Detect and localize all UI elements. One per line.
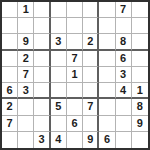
sudoku-cell-r4c6[interactable] bbox=[83, 51, 99, 67]
sudoku-cell-r6c1[interactable]: 6 bbox=[2, 83, 18, 99]
sudoku-cell-r4c7[interactable] bbox=[99, 51, 115, 67]
sudoku-cell-r8c4[interactable] bbox=[51, 116, 67, 132]
sudoku-cell-r9c1[interactable] bbox=[2, 132, 18, 148]
sudoku-cell-r4c1[interactable] bbox=[2, 51, 18, 67]
sudoku-cell-r2c6[interactable] bbox=[83, 18, 99, 34]
sudoku-cell-r2c7[interactable] bbox=[99, 18, 115, 34]
sudoku-cell-r5c5[interactable]: 1 bbox=[67, 67, 83, 83]
sudoku-cell-r6c6[interactable] bbox=[83, 83, 99, 99]
sudoku-cell-r5c2[interactable]: 7 bbox=[18, 67, 34, 83]
sudoku-cell-r7c2[interactable] bbox=[18, 99, 34, 115]
sudoku-cell-r3c2[interactable]: 9 bbox=[18, 34, 34, 50]
sudoku-cell-r6c4[interactable] bbox=[51, 83, 67, 99]
sudoku-cell-r2c4[interactable] bbox=[51, 18, 67, 34]
sudoku-cell-r1c8[interactable]: 7 bbox=[116, 2, 132, 18]
sudoku-cell-r4c8[interactable]: 6 bbox=[116, 51, 132, 67]
sudoku-cell-r3c5[interactable] bbox=[67, 34, 83, 50]
sudoku-cell-r1c9[interactable] bbox=[132, 2, 148, 18]
sudoku-cell-r8c9[interactable]: 9 bbox=[132, 116, 148, 132]
sudoku-cell-r8c2[interactable] bbox=[18, 116, 34, 132]
sudoku-cell-r6c9[interactable]: 1 bbox=[132, 83, 148, 99]
sudoku-cell-r7c7[interactable] bbox=[99, 99, 115, 115]
sudoku-cell-r6c8[interactable]: 4 bbox=[116, 83, 132, 99]
sudoku-cell-r9c6[interactable]: 9 bbox=[83, 132, 99, 148]
sudoku-cell-r5c8[interactable]: 3 bbox=[116, 67, 132, 83]
sudoku-cell-r1c7[interactable] bbox=[99, 2, 115, 18]
sudoku-cell-r1c4[interactable] bbox=[51, 2, 67, 18]
sudoku-cell-r3c4[interactable]: 3 bbox=[51, 34, 67, 50]
sudoku-cell-r7c3[interactable] bbox=[34, 99, 50, 115]
sudoku-cell-r2c8[interactable] bbox=[116, 18, 132, 34]
sudoku-cell-r7c9[interactable]: 8 bbox=[132, 99, 148, 115]
sudoku-cell-r2c3[interactable] bbox=[34, 18, 50, 34]
sudoku-cell-r9c9[interactable] bbox=[132, 132, 148, 148]
sudoku-cell-r8c6[interactable] bbox=[83, 116, 99, 132]
sudoku-cell-r4c3[interactable] bbox=[34, 51, 50, 67]
sudoku-cell-r3c3[interactable] bbox=[34, 34, 50, 50]
sudoku-cell-r3c8[interactable]: 8 bbox=[116, 34, 132, 50]
sudoku-cell-r3c1[interactable] bbox=[2, 34, 18, 50]
sudoku-cell-r7c1[interactable]: 2 bbox=[2, 99, 18, 115]
sudoku-cell-r5c1[interactable] bbox=[2, 67, 18, 83]
sudoku-cell-r6c7[interactable] bbox=[99, 83, 115, 99]
sudoku-cell-r3c9[interactable] bbox=[132, 34, 148, 50]
sudoku-cell-r1c3[interactable] bbox=[34, 2, 50, 18]
sudoku-cell-r8c1[interactable]: 7 bbox=[2, 116, 18, 132]
sudoku-cell-r5c4[interactable] bbox=[51, 67, 67, 83]
sudoku-cell-r6c2[interactable]: 3 bbox=[18, 83, 34, 99]
sudoku-cell-r7c8[interactable] bbox=[116, 99, 132, 115]
sudoku-cell-r6c3[interactable] bbox=[34, 83, 50, 99]
sudoku-cell-r8c8[interactable] bbox=[116, 116, 132, 132]
sudoku-cell-r9c8[interactable] bbox=[116, 132, 132, 148]
sudoku-cell-r4c9[interactable] bbox=[132, 51, 148, 67]
sudoku-cell-r4c2[interactable]: 2 bbox=[18, 51, 34, 67]
sudoku-cell-r2c9[interactable] bbox=[132, 18, 148, 34]
sudoku-cell-r1c1[interactable] bbox=[2, 2, 18, 18]
sudoku-cell-r5c6[interactable] bbox=[83, 67, 99, 83]
sudoku-cell-r4c5[interactable]: 7 bbox=[67, 51, 83, 67]
sudoku-cell-r2c2[interactable] bbox=[18, 18, 34, 34]
sudoku-cell-r8c5[interactable]: 6 bbox=[67, 116, 83, 132]
sudoku-cell-r9c3[interactable]: 3 bbox=[34, 132, 50, 148]
sudoku-board: 179328276713634125787693496 bbox=[0, 0, 150, 150]
sudoku-cell-r3c6[interactable]: 2 bbox=[83, 34, 99, 50]
sudoku-cell-r9c5[interactable] bbox=[67, 132, 83, 148]
sudoku-cell-r7c5[interactable] bbox=[67, 99, 83, 115]
sudoku-cell-r7c4[interactable]: 5 bbox=[51, 99, 67, 115]
sudoku-cell-r3c7[interactable] bbox=[99, 34, 115, 50]
sudoku-cell-r9c4[interactable]: 4 bbox=[51, 132, 67, 148]
sudoku-cell-r9c2[interactable] bbox=[18, 132, 34, 148]
sudoku-cell-r5c7[interactable] bbox=[99, 67, 115, 83]
sudoku-cell-r5c3[interactable] bbox=[34, 67, 50, 83]
sudoku-cell-r5c9[interactable] bbox=[132, 67, 148, 83]
sudoku-cell-r1c2[interactable]: 1 bbox=[18, 2, 34, 18]
sudoku-cell-r1c5[interactable] bbox=[67, 2, 83, 18]
sudoku-cell-r6c5[interactable] bbox=[67, 83, 83, 99]
sudoku-cell-r2c5[interactable] bbox=[67, 18, 83, 34]
sudoku-cell-r7c6[interactable]: 7 bbox=[83, 99, 99, 115]
sudoku-cell-r4c4[interactable] bbox=[51, 51, 67, 67]
sudoku-cell-r2c1[interactable] bbox=[2, 18, 18, 34]
sudoku-cell-r8c3[interactable] bbox=[34, 116, 50, 132]
sudoku-cell-r9c7[interactable]: 6 bbox=[99, 132, 115, 148]
sudoku-cell-r8c7[interactable] bbox=[99, 116, 115, 132]
sudoku-cell-r1c6[interactable] bbox=[83, 2, 99, 18]
